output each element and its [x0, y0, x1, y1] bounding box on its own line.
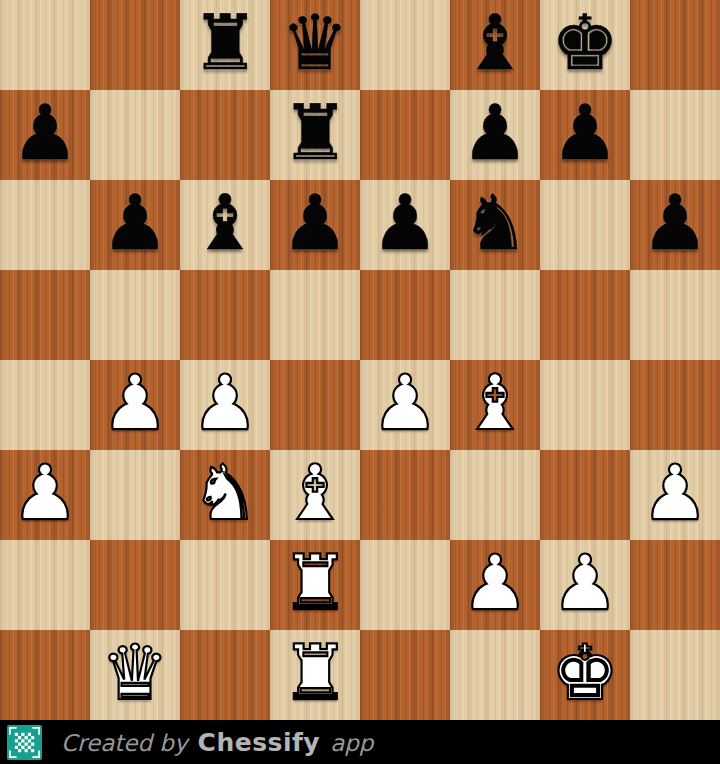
square-f2[interactable]: ♟ [450, 540, 540, 630]
square-c3[interactable]: ♞ [180, 450, 270, 540]
app-brand-name: Chessify [198, 728, 321, 757]
square-a7[interactable]: ♟ [0, 90, 90, 180]
square-c4[interactable]: ♟ [180, 360, 270, 450]
square-b6[interactable]: ♟ [90, 180, 180, 270]
piece-white-pawn[interactable]: ♟ [371, 365, 439, 441]
square-a5[interactable] [0, 270, 90, 360]
square-c5[interactable] [180, 270, 270, 360]
piece-white-rook[interactable]: ♜ [281, 545, 349, 621]
piece-white-pawn[interactable]: ♟ [641, 455, 709, 531]
footer-caption: Created by Chessify app [61, 728, 373, 757]
piece-black-pawn[interactable]: ♟ [461, 95, 529, 171]
footer-bar: Created by Chessify app [0, 720, 720, 764]
app-suffix-label: app [330, 730, 373, 756]
square-a1[interactable] [0, 630, 90, 720]
chess-board: ♜♛♝♚♟♜♟♟♟♝♟♟♞♟♟♟♟♝♟♞♝♟♜♟♟♛♜♚ [0, 0, 720, 720]
piece-black-pawn[interactable]: ♟ [101, 185, 169, 261]
piece-white-pawn[interactable]: ♟ [101, 365, 169, 441]
square-g8[interactable]: ♚ [540, 0, 630, 90]
piece-black-pawn[interactable]: ♟ [11, 95, 79, 171]
square-h6[interactable]: ♟ [630, 180, 720, 270]
created-by-label: Created by [61, 730, 188, 756]
square-a3[interactable]: ♟ [0, 450, 90, 540]
square-g4[interactable] [540, 360, 630, 450]
square-b2[interactable] [90, 540, 180, 630]
piece-white-knight[interactable]: ♞ [191, 455, 259, 531]
square-e6[interactable]: ♟ [360, 180, 450, 270]
square-c1[interactable] [180, 630, 270, 720]
square-g6[interactable] [540, 180, 630, 270]
square-e3[interactable] [360, 450, 450, 540]
piece-black-bishop[interactable]: ♝ [461, 5, 529, 81]
square-b7[interactable] [90, 90, 180, 180]
square-h3[interactable]: ♟ [630, 450, 720, 540]
square-f1[interactable] [450, 630, 540, 720]
square-f3[interactable] [450, 450, 540, 540]
square-g7[interactable]: ♟ [540, 90, 630, 180]
piece-black-pawn[interactable]: ♟ [281, 185, 349, 261]
piece-white-bishop[interactable]: ♝ [461, 365, 529, 441]
square-b5[interactable] [90, 270, 180, 360]
square-c2[interactable] [180, 540, 270, 630]
piece-white-pawn[interactable]: ♟ [551, 545, 619, 621]
square-d8[interactable]: ♛ [270, 0, 360, 90]
square-d2[interactable]: ♜ [270, 540, 360, 630]
piece-black-rook[interactable]: ♜ [191, 5, 259, 81]
square-h5[interactable] [630, 270, 720, 360]
piece-white-pawn[interactable]: ♟ [11, 455, 79, 531]
piece-black-pawn[interactable]: ♟ [551, 95, 619, 171]
piece-black-rook[interactable]: ♜ [281, 95, 349, 171]
square-h1[interactable] [630, 630, 720, 720]
square-b8[interactable] [90, 0, 180, 90]
piece-black-knight[interactable]: ♞ [461, 185, 529, 261]
square-d4[interactable] [270, 360, 360, 450]
square-g2[interactable]: ♟ [540, 540, 630, 630]
square-b4[interactable]: ♟ [90, 360, 180, 450]
square-f8[interactable]: ♝ [450, 0, 540, 90]
square-d3[interactable]: ♝ [270, 450, 360, 540]
square-h7[interactable] [630, 90, 720, 180]
square-f7[interactable]: ♟ [450, 90, 540, 180]
square-c7[interactable] [180, 90, 270, 180]
square-f5[interactable] [450, 270, 540, 360]
square-d1[interactable]: ♜ [270, 630, 360, 720]
square-e8[interactable] [360, 0, 450, 90]
piece-white-pawn[interactable]: ♟ [191, 365, 259, 441]
piece-white-bishop[interactable]: ♝ [281, 455, 349, 531]
square-h2[interactable] [630, 540, 720, 630]
square-d5[interactable] [270, 270, 360, 360]
piece-white-queen[interactable]: ♛ [101, 635, 169, 711]
piece-white-king[interactable]: ♚ [551, 635, 619, 711]
square-d7[interactable]: ♜ [270, 90, 360, 180]
square-e2[interactable] [360, 540, 450, 630]
square-e7[interactable] [360, 90, 450, 180]
piece-black-king[interactable]: ♚ [551, 5, 619, 81]
square-e5[interactable] [360, 270, 450, 360]
square-a2[interactable] [0, 540, 90, 630]
square-g5[interactable] [540, 270, 630, 360]
square-c6[interactable]: ♝ [180, 180, 270, 270]
square-a6[interactable] [0, 180, 90, 270]
square-b3[interactable] [90, 450, 180, 540]
piece-black-bishop[interactable]: ♝ [191, 185, 259, 261]
square-a8[interactable] [0, 0, 90, 90]
square-g1[interactable]: ♚ [540, 630, 630, 720]
piece-white-rook[interactable]: ♜ [281, 635, 349, 711]
square-f4[interactable]: ♝ [450, 360, 540, 450]
square-a4[interactable] [0, 360, 90, 450]
chessify-board-scan-icon [7, 725, 42, 760]
piece-black-pawn[interactable]: ♟ [371, 185, 439, 261]
square-b1[interactable]: ♛ [90, 630, 180, 720]
square-d6[interactable]: ♟ [270, 180, 360, 270]
square-h8[interactable] [630, 0, 720, 90]
piece-black-pawn[interactable]: ♟ [641, 185, 709, 261]
square-c8[interactable]: ♜ [180, 0, 270, 90]
square-h4[interactable] [630, 360, 720, 450]
square-e4[interactable]: ♟ [360, 360, 450, 450]
square-g3[interactable] [540, 450, 630, 540]
piece-black-queen[interactable]: ♛ [281, 5, 349, 81]
piece-white-pawn[interactable]: ♟ [461, 545, 529, 621]
chessify-diagram-page: ♜♛♝♚♟♜♟♟♟♝♟♟♞♟♟♟♟♝♟♞♝♟♜♟♟♛♜♚ Created by … [0, 0, 720, 764]
square-e1[interactable] [360, 630, 450, 720]
square-f6[interactable]: ♞ [450, 180, 540, 270]
